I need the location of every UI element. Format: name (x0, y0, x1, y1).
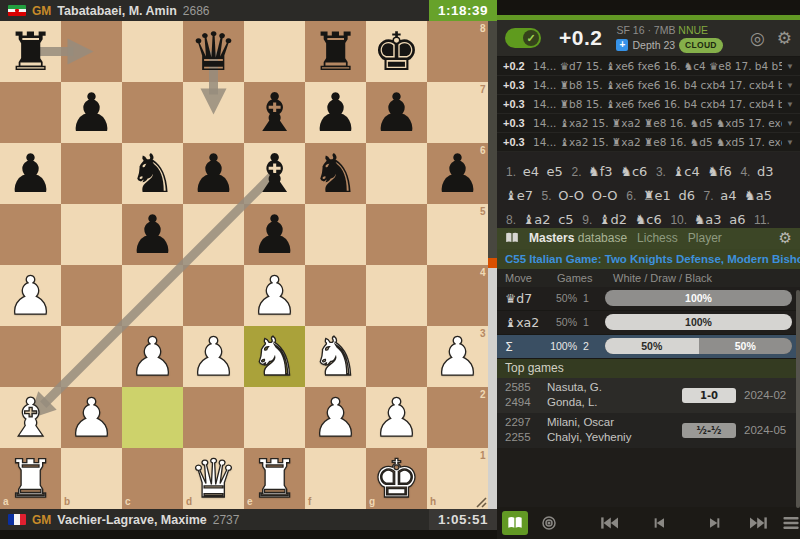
white-bishop-a2[interactable]: ♝ (0, 387, 61, 448)
player-rating: 2737 (213, 513, 240, 527)
explorer-rows: ♛d750%1100%♝xa250%1100%Σ100%250%50% (497, 287, 800, 359)
book-icon (505, 232, 519, 244)
move-number: 6. (626, 189, 636, 203)
move[interactable]: ♞c6 (635, 212, 662, 227)
move-number: 10. (670, 213, 687, 227)
book-icon (507, 516, 523, 530)
game-ratings: 22972255 (505, 415, 539, 445)
explorer-gear-icon[interactable]: ⚙ (779, 229, 792, 247)
move[interactable]: e4 (523, 164, 539, 179)
engine-name: SF 16 · 7MB (616, 24, 675, 36)
line-moves: 14... ♜b8 15. ♝xe6 fxe6 16. b4 cxb4 17. … (533, 79, 782, 91)
white-knight-e3[interactable]: ♞ (244, 326, 305, 387)
move[interactable]: O-O (558, 188, 584, 203)
engine-header: ✓ +0.2 SF 16 · 7MB NNUE + Depth 23 CLOUD… (497, 20, 800, 57)
prev-icon (652, 515, 668, 531)
black-pawn-g7[interactable]: ♟ (366, 82, 427, 143)
top-game-row[interactable]: 25852494 Nasuta, G.Gonda, L. 1-0 2024-02 (497, 378, 800, 413)
draws-segment: 100% (605, 290, 792, 306)
engine-info: SF 16 · 7MB NNUE + Depth 23 CLOUD (616, 24, 722, 53)
black-pawn-d6[interactable]: ♟ (183, 143, 244, 204)
game-date: 2024-02 (744, 389, 792, 401)
move[interactable]: c5 (558, 212, 573, 227)
explorer-tabs: Masters database Lichess Player ⚙ (497, 228, 800, 249)
tab-player[interactable]: Player (688, 231, 722, 245)
bottom-player-bar: GM Vachier-Lagrave, Maxime 2737 1:05:51 (0, 509, 497, 530)
white-rook-e1[interactable]: ♜ (244, 448, 305, 509)
expand-line-icon[interactable]: ▼ (786, 100, 794, 109)
line-moves: 14... ♝xa2 15. ♜xa2 ♜e8 16. ♞d5 ♞xd5 17.… (533, 136, 782, 148)
move-number: 4. (740, 165, 750, 179)
engine-depth: Depth 23 (632, 39, 675, 52)
move[interactable]: ♞f6 (707, 164, 732, 179)
top-clock: 1:18:39 (429, 0, 497, 21)
black-rook-f8[interactable]: ♜ (305, 21, 366, 82)
engine-toggle[interactable]: ✓ (505, 28, 541, 48)
white-knight-f3[interactable]: ♞ (305, 326, 366, 387)
player-name: Tabatabaei, M. Amin (57, 4, 176, 18)
bottom-clock: 1:05:51 (429, 509, 497, 530)
move[interactable]: ♝a2 (523, 212, 551, 227)
move[interactable]: a4 (720, 188, 736, 203)
move-number: 7. (704, 189, 714, 203)
white-pawn-g2[interactable]: ♟ (366, 387, 427, 448)
game-result-badge: 1-0 (682, 388, 736, 403)
expand-line-icon[interactable]: ▼ (786, 119, 794, 128)
white-wins-segment: 50% (605, 338, 699, 354)
move[interactable]: ♞a5 (744, 188, 772, 203)
result-bar: 50%50% (605, 338, 792, 354)
engine-lines: +0.214... ♛d7 15. ♝xe6 fxe6 16. ♞c4 ♛e8 … (497, 57, 800, 152)
game-ratings: 25852494 (505, 380, 539, 410)
row-games: 1 (583, 292, 605, 304)
explorer-move-row[interactable]: ♝xa250%1100% (497, 311, 800, 335)
move-number: 1. (506, 165, 516, 179)
player-title: GM (32, 4, 51, 18)
expand-line-icon[interactable]: ▼ (786, 138, 794, 147)
white-pawn-h3[interactable]: ♟ (427, 326, 488, 387)
practice-target-icon[interactable]: ◎ (750, 28, 765, 48)
move[interactable]: ♝e7 (505, 188, 533, 203)
eval-gauge (488, 21, 497, 509)
top-games-title: Top games (497, 359, 800, 378)
line-eval: +0.3 (503, 117, 533, 129)
move-number: 9. (582, 213, 592, 227)
line-moves: 14... ♜b8 15. ♝xe6 fxe6 16. b4 cxb4 17. … (533, 98, 782, 110)
row-percent: 100% (543, 340, 583, 352)
line-moves: 14... ♛d7 15. ♝xe6 fxe6 16. ♞c4 ♛e8 17. … (533, 60, 782, 72)
to-end-icon (748, 515, 768, 531)
cloud-badge: CLOUD (679, 38, 723, 53)
practice-button[interactable] (540, 511, 558, 535)
file-label-b: b (64, 496, 70, 507)
tab-masters-database[interactable]: Masters database (529, 231, 627, 245)
col-move: Move (505, 272, 557, 284)
row-percent: 50% (543, 292, 583, 304)
move[interactable]: O-O (592, 188, 618, 203)
explorer-move-row[interactable]: ♛d750%1100% (497, 287, 800, 311)
move-number: 11. (754, 213, 770, 227)
move[interactable]: ♞a3 (694, 212, 722, 227)
top-games-list: 25852494 Nasuta, G.Gonda, L. 1-0 2024-02… (497, 378, 800, 448)
row-games: 1 (583, 316, 605, 328)
engine-line-2[interactable]: +0.314... ♜b8 15. ♝xe6 fxe6 16. b4 cxb4 … (497, 76, 800, 95)
move[interactable]: ♞f3 (588, 164, 613, 179)
target-icon (540, 514, 558, 532)
move[interactable]: e5 (547, 164, 563, 179)
result-bar: 100% (605, 314, 792, 330)
move-list: 1. e4 e5 2. ♞f3 ♞c6 3. ♝c4 ♞f6 4. d3 ♝e7… (497, 152, 800, 228)
line-eval: +0.2 (503, 60, 533, 72)
move[interactable]: a6 (729, 212, 745, 227)
black-pawn-a6[interactable]: ♟ (0, 143, 61, 204)
add-depth-icon[interactable]: + (616, 39, 628, 51)
rank-label-7: 7 (480, 84, 486, 95)
black-bishop-e7[interactable]: ♝ (244, 82, 305, 143)
draws-segment: 50% (699, 338, 793, 354)
black-pawn-e5[interactable]: ♟ (244, 204, 305, 265)
white-pawn-c3[interactable]: ♟ (122, 326, 183, 387)
black-knight-c6[interactable]: ♞ (122, 143, 183, 204)
row-move: ♛d7 (505, 291, 543, 306)
france-flag-icon (8, 514, 26, 525)
move[interactable]: ♝d2 (599, 212, 627, 227)
game-result-badge: ½-½ (682, 423, 736, 438)
player-title: GM (32, 513, 51, 527)
top-game-row[interactable]: 22972255 Milani, OscarChalyi, Yevheniy ½… (497, 413, 800, 448)
explorer-columns: Move Games White / Draw / Black (497, 269, 800, 287)
engine-eval: +0.2 (559, 26, 602, 50)
white-pawn-f2[interactable]: ♟ (305, 387, 366, 448)
game-players: Milani, OscarChalyi, Yevheniy (539, 415, 674, 445)
analysis-panel: ✓ +0.2 SF 16 · 7MB NNUE + Depth 23 CLOUD… (497, 0, 800, 539)
explorer-book-button[interactable] (502, 511, 528, 535)
move[interactable]: d3 (757, 164, 774, 179)
gear-icon[interactable]: ⚙ (777, 28, 792, 48)
black-pawn-b7[interactable]: ♟ (61, 82, 122, 143)
next-icon (706, 515, 722, 531)
move-number: 5. (542, 189, 552, 203)
white-pawn-d3[interactable]: ♟ (183, 326, 244, 387)
result-bar: 100% (605, 290, 792, 306)
first-move-button[interactable] (600, 511, 620, 535)
bottom-toolbar (497, 507, 800, 539)
file-label-c: c (125, 496, 131, 507)
black-knight-f6[interactable]: ♞ (305, 143, 366, 204)
rank-label-1: 1 (480, 450, 486, 461)
row-move: ♝xa2 (505, 315, 543, 330)
iran-flag-icon (8, 5, 26, 16)
expand-line-icon[interactable]: ▼ (786, 81, 794, 90)
next-move-button[interactable] (706, 511, 722, 535)
game-date: 2024-05 (744, 424, 792, 436)
scrollbar-thumb[interactable] (796, 290, 800, 508)
engine-nnue-label: NNUE (678, 24, 708, 36)
engine-line-1[interactable]: +0.214... ♛d7 15. ♝xe6 fxe6 16. ♞c4 ♛e8 … (497, 57, 800, 76)
line-eval: +0.3 (503, 136, 533, 148)
engine-line-5[interactable]: +0.314... ♝xa2 15. ♜xa2 ♜e8 16. ♞d5 ♞xd5… (497, 133, 800, 152)
white-wins-segment: 100% (605, 314, 792, 330)
to-start-icon (600, 515, 620, 531)
move[interactable]: d6 (678, 188, 695, 203)
white-pawn-a4[interactable]: ♟ (0, 265, 61, 326)
move-number: 8. (506, 213, 516, 227)
engine-line-4[interactable]: +0.314... ♝xa2 15. ♜xa2 ♜e8 16. ♞d5 ♞xd5… (497, 114, 800, 133)
white-pawn-e4[interactable]: ♟ (244, 265, 305, 326)
move-number: 2. (571, 165, 581, 179)
menu-button[interactable] (782, 511, 800, 535)
black-pawn-c5[interactable]: ♟ (122, 204, 183, 265)
rank-label-4: 4 (480, 267, 486, 278)
rank-label-8: 8 (480, 23, 486, 34)
player-name: Vachier-Lagrave, Maxime (57, 513, 206, 527)
move[interactable]: ♞c6 (620, 164, 647, 179)
tab-lichess[interactable]: Lichess (637, 231, 678, 245)
line-eval: +0.3 (503, 98, 533, 110)
white-pawn-b2[interactable]: ♟ (61, 387, 122, 448)
line-eval: +0.3 (503, 79, 533, 91)
white-king-g1[interactable]: ♚ (366, 448, 427, 509)
move[interactable]: ♝c4 (673, 164, 700, 179)
black-king-g8[interactable]: ♚ (366, 21, 427, 82)
rank-label-2: 2 (480, 389, 486, 400)
black-rook-a8[interactable]: ♜ (0, 21, 61, 82)
engine-line-3[interactable]: +0.314... ♜b8 15. ♝xe6 fxe6 16. b4 cxb4 … (497, 95, 800, 114)
panel-gap (497, 0, 800, 15)
file-label-f: f (308, 496, 311, 507)
board-resize-handle[interactable] (473, 494, 487, 508)
hamburger-icon (782, 516, 800, 530)
rank-label-5: 5 (480, 206, 486, 217)
col-wdb: White / Draw / Black (613, 272, 712, 284)
move-number: 3. (656, 165, 666, 179)
opening-name[interactable]: C55 Italian Game: Two Knights Defense, M… (497, 249, 800, 269)
previous-move-button[interactable] (652, 511, 668, 535)
black-queen-d8[interactable]: ♛ (183, 21, 244, 82)
black-bishop-e6[interactable]: ♝ (244, 143, 305, 204)
top-player-bar: GM Tabatabaei, M. Amin 2686 1:18:39 (0, 0, 497, 21)
move[interactable]: ♜e1 (643, 188, 671, 203)
row-move: Σ (505, 339, 543, 354)
file-label-h: h (430, 496, 436, 507)
expand-line-icon[interactable]: ▼ (786, 62, 794, 71)
player-rating: 2686 (183, 4, 210, 18)
black-pawn-f7[interactable]: ♟ (305, 82, 366, 143)
game-players: Nasuta, G.Gonda, L. (539, 380, 674, 410)
black-pawn-h6[interactable]: ♟ (427, 143, 488, 204)
white-queen-d1[interactable]: ♛ (183, 448, 244, 509)
line-moves: 14... ♝xa2 15. ♜xa2 ♜e8 16. ♞d5 ♞xd5 17.… (533, 117, 782, 129)
row-percent: 50% (543, 316, 583, 328)
board[interactable]: ♜♛♜♚♟♝♟♟♟♞♟♝♞♟♟♟♟♟♟♟♞♞♟♝♟♟♟♜♛♜♚87654321a… (0, 21, 488, 509)
col-games: Games (557, 272, 613, 284)
last-move-button[interactable] (748, 511, 768, 535)
lichess-analysis-app: GM Tabatabaei, M. Amin 2686 1:18:39 ♜♛♜♚… (0, 0, 800, 539)
row-games: 2 (583, 340, 605, 352)
white-rook-a1[interactable]: ♜ (0, 448, 61, 509)
check-icon: ✓ (523, 30, 539, 46)
explorer-total-row[interactable]: Σ100%250%50% (497, 335, 800, 359)
